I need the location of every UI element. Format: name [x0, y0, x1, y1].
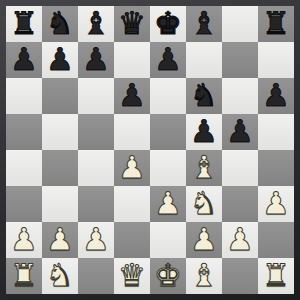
- square-f8[interactable]: ♝: [186, 6, 222, 42]
- square-h7[interactable]: [258, 42, 294, 78]
- white-bishop[interactable]: ♝: [190, 152, 218, 183]
- square-e4[interactable]: [150, 150, 186, 186]
- white-pawn[interactable]: ♟: [82, 224, 110, 255]
- square-b1[interactable]: ♞: [42, 258, 78, 294]
- square-d4[interactable]: ♟: [114, 150, 150, 186]
- white-rook[interactable]: ♜: [10, 260, 38, 291]
- square-f4[interactable]: ♝: [186, 150, 222, 186]
- square-e5[interactable]: [150, 114, 186, 150]
- square-g2[interactable]: ♟: [222, 222, 258, 258]
- square-c2[interactable]: ♟: [78, 222, 114, 258]
- square-h4[interactable]: [258, 150, 294, 186]
- square-g1[interactable]: [222, 258, 258, 294]
- square-h5[interactable]: [258, 114, 294, 150]
- square-d3[interactable]: [114, 186, 150, 222]
- square-g8[interactable]: [222, 6, 258, 42]
- square-a4[interactable]: [6, 150, 42, 186]
- square-e6[interactable]: [150, 78, 186, 114]
- square-c3[interactable]: [78, 186, 114, 222]
- square-h3[interactable]: ♟: [258, 186, 294, 222]
- square-a1[interactable]: ♜: [6, 258, 42, 294]
- black-pawn[interactable]: ♟: [154, 44, 182, 75]
- square-b6[interactable]: [42, 78, 78, 114]
- square-c5[interactable]: [78, 114, 114, 150]
- white-pawn[interactable]: ♟: [226, 224, 254, 255]
- square-e8[interactable]: ♚: [150, 6, 186, 42]
- white-pawn[interactable]: ♟: [154, 188, 182, 219]
- square-h2[interactable]: [258, 222, 294, 258]
- square-a6[interactable]: [6, 78, 42, 114]
- white-rook[interactable]: ♜: [262, 260, 290, 291]
- square-b8[interactable]: ♞: [42, 6, 78, 42]
- square-g6[interactable]: [222, 78, 258, 114]
- square-d7[interactable]: [114, 42, 150, 78]
- square-b3[interactable]: [42, 186, 78, 222]
- square-f1[interactable]: ♝: [186, 258, 222, 294]
- black-pawn[interactable]: ♟: [10, 44, 38, 75]
- black-rook[interactable]: ♜: [10, 8, 38, 39]
- square-b2[interactable]: ♟: [42, 222, 78, 258]
- square-g4[interactable]: [222, 150, 258, 186]
- square-b5[interactable]: [42, 114, 78, 150]
- black-queen[interactable]: ♛: [118, 8, 146, 39]
- chess-board: ♜♞♝♛♚♝♜♟♟♟♟♟♞♟♟♟♟♝♟♞♟♟♟♟♟♟♜♞♛♚♝♜: [6, 6, 294, 294]
- white-knight[interactable]: ♞: [190, 188, 218, 219]
- square-b4[interactable]: [42, 150, 78, 186]
- square-a2[interactable]: ♟: [6, 222, 42, 258]
- square-g7[interactable]: [222, 42, 258, 78]
- square-e7[interactable]: ♟: [150, 42, 186, 78]
- white-king[interactable]: ♚: [154, 260, 182, 291]
- square-a3[interactable]: [6, 186, 42, 222]
- square-a8[interactable]: ♜: [6, 6, 42, 42]
- black-bishop[interactable]: ♝: [190, 8, 218, 39]
- black-pawn[interactable]: ♟: [118, 80, 146, 111]
- black-knight[interactable]: ♞: [46, 8, 74, 39]
- black-pawn[interactable]: ♟: [190, 116, 218, 147]
- black-pawn[interactable]: ♟: [226, 116, 254, 147]
- black-rook[interactable]: ♜: [262, 8, 290, 39]
- square-g5[interactable]: ♟: [222, 114, 258, 150]
- square-a7[interactable]: ♟: [6, 42, 42, 78]
- square-f6[interactable]: ♞: [186, 78, 222, 114]
- square-f2[interactable]: ♟: [186, 222, 222, 258]
- square-e2[interactable]: [150, 222, 186, 258]
- square-c8[interactable]: ♝: [78, 6, 114, 42]
- square-h6[interactable]: ♟: [258, 78, 294, 114]
- white-knight[interactable]: ♞: [46, 260, 74, 291]
- black-knight[interactable]: ♞: [190, 80, 218, 111]
- square-d5[interactable]: [114, 114, 150, 150]
- square-f3[interactable]: ♞: [186, 186, 222, 222]
- square-a5[interactable]: [6, 114, 42, 150]
- white-bishop[interactable]: ♝: [190, 260, 218, 291]
- square-d6[interactable]: ♟: [114, 78, 150, 114]
- square-b7[interactable]: ♟: [42, 42, 78, 78]
- square-e1[interactable]: ♚: [150, 258, 186, 294]
- black-pawn[interactable]: ♟: [46, 44, 74, 75]
- black-pawn[interactable]: ♟: [262, 80, 290, 111]
- white-pawn[interactable]: ♟: [262, 188, 290, 219]
- white-pawn[interactable]: ♟: [118, 152, 146, 183]
- black-pawn[interactable]: ♟: [82, 44, 110, 75]
- white-pawn[interactable]: ♟: [46, 224, 74, 255]
- white-queen[interactable]: ♛: [118, 260, 146, 291]
- square-c1[interactable]: [78, 258, 114, 294]
- square-c6[interactable]: [78, 78, 114, 114]
- square-f5[interactable]: ♟: [186, 114, 222, 150]
- black-king[interactable]: ♚: [154, 8, 182, 39]
- square-d8[interactable]: ♛: [114, 6, 150, 42]
- white-pawn[interactable]: ♟: [190, 224, 218, 255]
- square-c4[interactable]: [78, 150, 114, 186]
- square-h8[interactable]: ♜: [258, 6, 294, 42]
- square-f7[interactable]: [186, 42, 222, 78]
- white-pawn[interactable]: ♟: [10, 224, 38, 255]
- black-bishop[interactable]: ♝: [82, 8, 110, 39]
- square-d1[interactable]: ♛: [114, 258, 150, 294]
- chess-board-frame: ♜♞♝♛♚♝♜♟♟♟♟♟♞♟♟♟♟♝♟♞♟♟♟♟♟♟♜♞♛♚♝♜: [0, 0, 300, 300]
- square-g3[interactable]: [222, 186, 258, 222]
- square-e3[interactable]: ♟: [150, 186, 186, 222]
- square-h1[interactable]: ♜: [258, 258, 294, 294]
- square-c7[interactable]: ♟: [78, 42, 114, 78]
- square-d2[interactable]: [114, 222, 150, 258]
